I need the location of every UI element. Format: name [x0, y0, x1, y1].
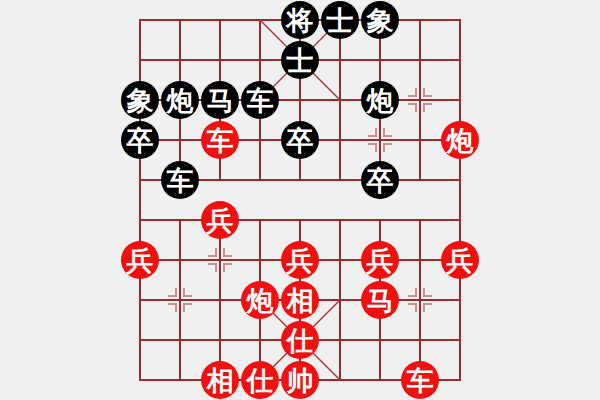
- black-pawn[interactable]: 卒: [361, 161, 399, 199]
- black-pawn[interactable]: 卒: [121, 121, 159, 159]
- red-chariot[interactable]: 车: [401, 361, 439, 399]
- red-general[interactable]: 帅: [281, 361, 319, 399]
- black-chariot[interactable]: 车: [241, 81, 279, 119]
- black-horse[interactable]: 马: [201, 81, 239, 119]
- black-general[interactable]: 将: [281, 1, 319, 39]
- black-advisor[interactable]: 士: [321, 1, 359, 39]
- red-pawn[interactable]: 兵: [281, 241, 319, 279]
- black-elephant[interactable]: 象: [121, 81, 159, 119]
- black-advisor[interactable]: 士: [281, 41, 319, 79]
- black-elephant[interactable]: 象: [361, 1, 399, 39]
- red-chariot[interactable]: 车: [201, 121, 239, 159]
- red-elephant[interactable]: 相: [281, 281, 319, 319]
- red-horse[interactable]: 马: [361, 281, 399, 319]
- black-cannon[interactable]: 炮: [361, 81, 399, 119]
- red-advisor[interactable]: 仕: [281, 321, 319, 359]
- red-pawn[interactable]: 兵: [201, 201, 239, 239]
- black-cannon[interactable]: 炮: [161, 81, 199, 119]
- red-advisor[interactable]: 仕: [241, 361, 279, 399]
- red-pawn[interactable]: 兵: [361, 241, 399, 279]
- red-cannon[interactable]: 炮: [241, 281, 279, 319]
- red-elephant[interactable]: 相: [201, 361, 239, 399]
- xiangqi-board: 将士象士象炮马车炮卒车卒炮车卒兵兵兵兵兵炮相马仕相仕帅车: [140, 20, 460, 380]
- red-cannon[interactable]: 炮: [441, 121, 479, 159]
- black-chariot[interactable]: 车: [161, 161, 199, 199]
- black-pawn[interactable]: 卒: [281, 121, 319, 159]
- red-pawn[interactable]: 兵: [441, 241, 479, 279]
- xiangqi-diagram: 将士象士象炮马车炮卒车卒炮车卒兵兵兵兵兵炮相马仕相仕帅车: [0, 0, 600, 400]
- pieces-layer: 将士象士象炮马车炮卒车卒炮车卒兵兵兵兵兵炮相马仕相仕帅车: [140, 20, 460, 380]
- red-pawn[interactable]: 兵: [121, 241, 159, 279]
